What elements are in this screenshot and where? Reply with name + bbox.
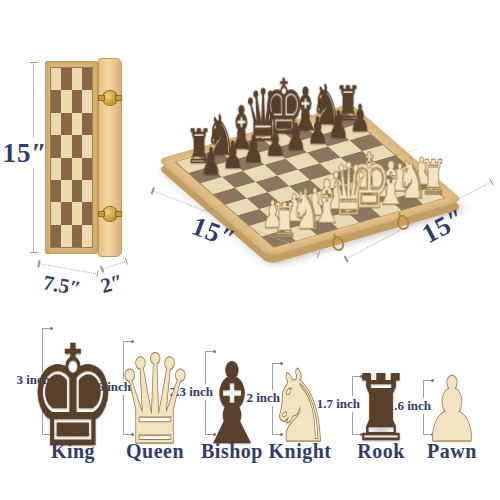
folded-board-square	[51, 158, 61, 180]
rook-piece-photo: ♜	[351, 373, 410, 445]
folded-depth-dimension-line	[101, 261, 127, 270]
folded-board-square	[61, 180, 71, 202]
knight-piece-photo: ♞	[268, 368, 333, 446]
pawn-name-label: Pawn	[427, 440, 477, 463]
king-piece-photo: ♚	[28, 342, 118, 451]
black-pawn: ♟	[349, 99, 370, 137]
folded-board-square	[82, 90, 92, 112]
folded-board-square	[82, 202, 92, 224]
folded-board-square	[72, 68, 82, 90]
folded-board-square	[51, 135, 61, 157]
queen-piece-photo: ♛	[115, 352, 195, 449]
black-pawn: ♟	[286, 118, 307, 156]
folded-board-square	[82, 158, 92, 180]
bishop-piece-photo: ♝	[196, 361, 268, 448]
folded-board-square	[82, 135, 92, 157]
pawn-piece-photo: ♟	[423, 375, 481, 445]
folded-board-square	[72, 180, 82, 202]
folded-board-square	[72, 225, 82, 247]
folded-board-square	[61, 68, 71, 90]
folded-depth-label: 2″	[98, 269, 126, 299]
product-diagram: 15″ 7.5″ 2″ ♜♞♝♛♚♝♞♜♟♟♟♟♟♟♟♟♟♟♟♟♟♟♟♟♜♞♝♛…	[0, 0, 500, 500]
folded-board-square	[61, 113, 71, 135]
folded-board-square	[51, 90, 61, 112]
folded-board-square	[51, 225, 61, 247]
black-pawn: ♟	[328, 105, 349, 143]
folded-board-square	[61, 90, 71, 112]
folded-board-square	[72, 113, 82, 135]
folded-board-square	[72, 202, 82, 224]
brass-clasp-icon	[103, 91, 117, 105]
folded-board-square	[51, 113, 61, 135]
folded-board-square	[82, 113, 92, 135]
open-chessboard: ♜♞♝♛♚♝♞♜♟♟♟♟♟♟♟♟♟♟♟♟♟♟♟♟♜♞♝♛♚♝♞♜	[198, 68, 422, 292]
folded-board-square	[51, 180, 61, 202]
folded-chessboard-face	[45, 61, 98, 254]
king-name-label: King	[51, 440, 95, 463]
folded-board-square	[61, 135, 71, 157]
folded-board-square	[61, 202, 71, 224]
rook-name-label: Rook	[357, 440, 405, 463]
folded-board-square	[72, 135, 82, 157]
folded-board-square	[82, 68, 92, 90]
black-pawn: ♟	[243, 130, 264, 168]
queen-name-label: Queen	[126, 440, 184, 463]
folded-board-square	[51, 202, 61, 224]
folded-board-square	[72, 90, 82, 112]
folded-board-square	[82, 225, 92, 247]
folded-board-square	[72, 158, 82, 180]
black-pawn: ♟	[222, 136, 243, 174]
folded-board-square	[61, 225, 71, 247]
folded-board-square	[51, 68, 61, 90]
black-pawn: ♟	[264, 124, 285, 162]
bishop-name-label: Bishop	[201, 440, 263, 463]
folded-board-spine	[98, 58, 122, 257]
knight-name-label: Knight	[268, 440, 331, 463]
black-pawn: ♟	[201, 142, 222, 180]
folded-board-square	[82, 180, 92, 202]
brass-clasp-icon	[103, 207, 117, 221]
folded-board-square	[61, 158, 71, 180]
folded-chessboard-grid	[51, 68, 92, 247]
folded-height-label: 15″	[1, 138, 50, 169]
black-pawn: ♟	[307, 112, 328, 150]
folded-width-label: 7.5″	[41, 270, 83, 301]
